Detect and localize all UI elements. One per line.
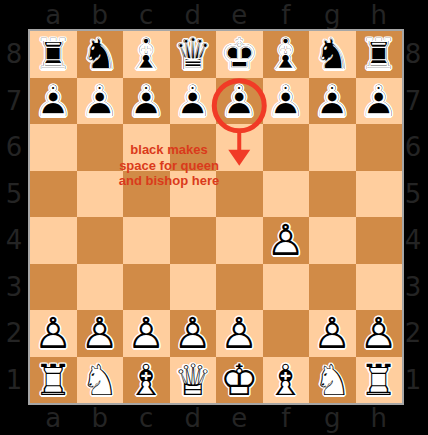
square-d4[interactable] [170,217,217,264]
square-h2[interactable]: ♟♙ [356,310,403,357]
file-label-f-top: f [263,2,310,28]
square-a3[interactable] [30,264,77,311]
square-g5[interactable] [309,171,356,218]
white-pawn-h2[interactable]: ♟♙ [356,310,403,357]
file-label-c-bottom: c [123,405,170,431]
white-pawn-d2[interactable]: ♟♙ [170,310,217,357]
file-label-c-top: c [123,2,170,28]
piece-outline: ♘ [77,31,124,78]
square-f4[interactable]: ♟♙ [263,217,310,264]
piece-outline: ♙ [263,78,310,125]
rank-label-1-right: 1 [402,357,424,404]
square-a5[interactable] [30,171,77,218]
piece-outline: ♙ [170,78,217,125]
file-label-g-bottom: g [309,405,356,431]
square-a2[interactable]: ♟♙ [30,310,77,357]
black-pawn-a7[interactable]: ♟♙ [30,78,77,125]
square-b8[interactable]: ♞♘ [77,31,124,78]
white-rook-h1[interactable]: ♜♖ [356,357,403,404]
square-g3[interactable] [309,264,356,311]
square-g7[interactable]: ♟♙ [309,78,356,125]
square-a4[interactable] [30,217,77,264]
piece-outline: ♙ [77,310,124,357]
piece-outline: ♕ [170,31,217,78]
square-c1[interactable]: ♝♗ [123,357,170,404]
square-h7[interactable]: ♟♙ [356,78,403,125]
rank-labels-left: 87654321 [0,31,28,403]
black-pawn-e7[interactable]: ♟♙ [216,78,263,125]
square-c2[interactable]: ♟♙ [123,310,170,357]
square-d8[interactable]: ♛♕ [170,31,217,78]
file-label-h-top: h [356,2,403,28]
rank-label-8-left: 8 [0,31,28,78]
square-e8[interactable]: ♚♔ [216,31,263,78]
square-g1[interactable]: ♞♘ [309,357,356,404]
white-queen-d1[interactable]: ♛♕ [170,357,217,404]
black-knight-g8[interactable]: ♞♘ [309,31,356,78]
file-labels-bottom: abcdefgh [30,405,402,435]
white-rook-a1[interactable]: ♜♖ [30,357,77,404]
square-e7[interactable]: ♟♙ [216,78,263,125]
black-queen-d8[interactable]: ♛♕ [170,31,217,78]
black-pawn-g7[interactable]: ♟♙ [309,78,356,125]
piece-outline: ♙ [170,310,217,357]
square-h4[interactable] [356,217,403,264]
square-b7[interactable]: ♟♙ [77,78,124,125]
rank-label-2-right: 2 [402,310,424,357]
piece-outline: ♙ [123,310,170,357]
square-d2[interactable]: ♟♙ [170,310,217,357]
piece-outline: ♙ [216,78,263,125]
square-d1[interactable]: ♛♕ [170,357,217,404]
piece-outline: ♖ [356,357,403,404]
white-pawn-a2[interactable]: ♟♙ [30,310,77,357]
square-b1[interactable]: ♞♘ [77,357,124,404]
piece-outline: ♘ [77,357,124,404]
square-g6[interactable] [309,124,356,171]
white-king-e1[interactable]: ♚♔ [216,357,263,404]
rank-label-6-left: 6 [0,124,28,171]
white-pawn-g2[interactable]: ♟♙ [309,310,356,357]
file-label-b-bottom: b [77,405,124,431]
file-label-d-bottom: d [170,405,217,431]
square-h8[interactable]: ♜♖ [356,31,403,78]
square-a6[interactable] [30,124,77,171]
square-a1[interactable]: ♜♖ [30,357,77,404]
black-rook-a8[interactable]: ♜♖ [30,31,77,78]
piece-outline: ♗ [123,31,170,78]
white-bishop-f1[interactable]: ♝♗ [263,357,310,404]
file-label-g-top: g [309,2,356,28]
square-h6[interactable] [356,124,403,171]
piece-outline: ♘ [309,357,356,404]
rank-label-6-right: 6 [402,124,424,171]
square-e3[interactable] [216,264,263,311]
rank-label-5-right: 5 [402,171,424,218]
piece-outline: ♔ [216,31,263,78]
piece-outline: ♙ [263,217,310,264]
square-f6[interactable] [263,124,310,171]
white-pawn-e2[interactable]: ♟♙ [216,310,263,357]
piece-outline: ♔ [216,357,263,404]
square-b2[interactable]: ♟♙ [77,310,124,357]
rank-label-4-left: 4 [0,217,28,264]
rank-label-5-left: 5 [0,171,28,218]
square-b4[interactable] [77,217,124,264]
chess-board: ♜♖♞♘♝♗♛♕♚♔♝♗♞♘♜♖♟♙♟♙♟♙♟♙♟♙♟♙♟♙♟♙♟♙♟♙♟♙♟♙… [28,29,404,405]
piece-outline: ♗ [263,31,310,78]
square-a7[interactable]: ♟♙ [30,78,77,125]
square-g8[interactable]: ♞♘ [309,31,356,78]
black-bishop-c8[interactable]: ♝♗ [123,31,170,78]
square-f1[interactable]: ♝♗ [263,357,310,404]
chess-lesson-screenshot: abcdefgh 87654321 87654321 abcdefgh ♜♖♞♘… [0,0,428,435]
square-c3[interactable] [123,264,170,311]
black-pawn-h7[interactable]: ♟♙ [356,78,403,125]
square-h1[interactable]: ♜♖ [356,357,403,404]
rank-label-2-left: 2 [0,310,28,357]
file-label-e-bottom: e [216,405,263,431]
black-pawn-d7[interactable]: ♟♙ [170,78,217,125]
piece-outline: ♙ [309,78,356,125]
file-label-d-top: d [170,2,217,28]
file-label-a-bottom: a [30,405,77,431]
square-c4[interactable] [123,217,170,264]
black-rook-h8[interactable]: ♜♖ [356,31,403,78]
square-a8[interactable]: ♜♖ [30,31,77,78]
rank-label-4-right: 4 [402,217,424,264]
piece-outline: ♙ [30,310,77,357]
black-knight-b8[interactable]: ♞♘ [77,31,124,78]
piece-outline: ♙ [309,310,356,357]
file-labels-top: abcdefgh [30,0,402,28]
piece-outline: ♗ [123,357,170,404]
white-pawn-f4[interactable]: ♟♙ [263,217,310,264]
rank-label-7-left: 7 [0,78,28,125]
white-bishop-c1[interactable]: ♝♗ [123,357,170,404]
rank-label-7-right: 7 [402,78,424,125]
black-pawn-c7[interactable]: ♟♙ [123,78,170,125]
square-b3[interactable] [77,264,124,311]
square-f8[interactable]: ♝♗ [263,31,310,78]
rank-label-3-left: 3 [0,264,28,311]
file-label-b-top: b [77,2,124,28]
annotation-text-line-1: black makes [99,142,239,158]
piece-outline: ♖ [30,31,77,78]
square-c7[interactable]: ♟♙ [123,78,170,125]
file-label-a-top: a [30,2,77,28]
piece-outline: ♙ [216,310,263,357]
square-d7[interactable]: ♟♙ [170,78,217,125]
black-king-e8[interactable]: ♚♔ [216,31,263,78]
white-pawn-c2[interactable]: ♟♙ [123,310,170,357]
rank-label-3-right: 3 [402,264,424,311]
square-h3[interactable] [356,264,403,311]
white-knight-g1[interactable]: ♞♘ [309,357,356,404]
piece-outline: ♘ [309,31,356,78]
piece-outline: ♕ [170,357,217,404]
piece-outline: ♙ [77,78,124,125]
square-h5[interactable] [356,171,403,218]
white-knight-b1[interactable]: ♞♘ [77,357,124,404]
square-e4[interactable] [216,217,263,264]
square-e1[interactable]: ♚♔ [216,357,263,404]
square-d3[interactable] [170,264,217,311]
piece-outline: ♖ [356,31,403,78]
rank-label-8-right: 8 [402,31,424,78]
square-c8[interactable]: ♝♗ [123,31,170,78]
piece-outline: ♙ [356,310,403,357]
square-g4[interactable] [309,217,356,264]
file-label-f-bottom: f [263,405,310,431]
annotation-text-line-3: and bishop here [99,173,239,189]
piece-outline: ♖ [30,357,77,404]
rank-labels-right: 87654321 [402,31,424,403]
white-pawn-b2[interactable]: ♟♙ [77,310,124,357]
file-label-h-bottom: h [356,405,403,431]
square-f2[interactable] [263,310,310,357]
annotation-text: black makes space for queen and bishop h… [99,142,239,189]
black-pawn-b7[interactable]: ♟♙ [77,78,124,125]
piece-outline: ♙ [123,78,170,125]
file-label-e-top: e [216,2,263,28]
annotation-text-line-2: space for queen [99,158,239,174]
piece-outline: ♙ [356,78,403,125]
black-pawn-f7[interactable]: ♟♙ [263,78,310,125]
piece-outline: ♗ [263,357,310,404]
rank-label-1-left: 1 [0,357,28,404]
black-bishop-f8[interactable]: ♝♗ [263,31,310,78]
piece-outline: ♙ [30,78,77,125]
square-f7[interactable]: ♟♙ [263,78,310,125]
square-g2[interactable]: ♟♙ [309,310,356,357]
square-e2[interactable]: ♟♙ [216,310,263,357]
square-f5[interactable] [263,171,310,218]
square-f3[interactable] [263,264,310,311]
